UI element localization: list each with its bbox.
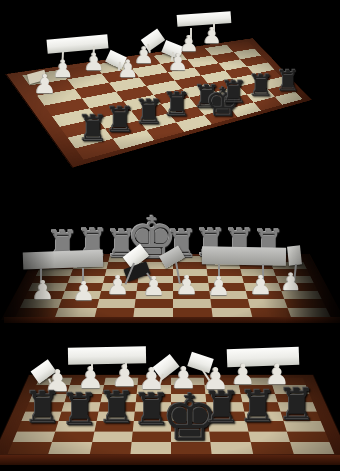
protest-sign [202,246,286,265]
white-pawn: ♟ [83,50,105,74]
black-rook: ♜ [23,386,62,430]
white-pawn: ♟ [142,273,165,299]
white-pawn: ♟ [106,272,129,298]
black-rook: ♜ [220,77,248,108]
black-rook: ♜ [277,383,316,427]
board-square [13,431,56,442]
render-canvas: ♟♟♟♟♟♟♟♟♜♜♜♜♜♚♜♜♜ ♜♜♜♚♜♜♜♜♟♟♟♟♟♟♟♟ ♟♟♟♟♟… [0,0,340,471]
board-front-edge [0,455,340,465]
white-pawn: ♟ [202,25,222,47]
white-pawn: ♟ [175,272,198,298]
white-pawn: ♟ [72,278,95,304]
board-front-edge [4,317,340,323]
black-rook: ♜ [248,71,275,101]
black-rook: ♜ [97,386,136,430]
white-pawn: ♟ [207,273,230,299]
black-rook: ♜ [238,385,277,429]
board-square [250,442,293,453]
white-pawn: ♟ [280,270,302,294]
board-square [8,442,52,453]
black-rook: ♜ [104,103,135,138]
board-square [248,431,290,442]
black-rook: ♜ [134,95,164,129]
board-square [290,442,334,453]
black-rook: ♜ [162,88,192,121]
protest-sign [287,245,302,265]
black-rook: ♜ [202,386,241,430]
white-pawn: ♟ [134,44,155,67]
black-rook: ♜ [60,388,99,432]
board-square [49,442,92,453]
white-pawn: ♟ [249,272,272,298]
board-square [286,431,329,442]
white-pawn: ♟ [52,57,74,81]
black-rook: ♜ [275,67,301,96]
white-pawn: ♟ [179,33,199,55]
protest-sign [23,250,104,270]
white-pawn: ♟ [31,277,54,303]
board-square [89,442,131,453]
